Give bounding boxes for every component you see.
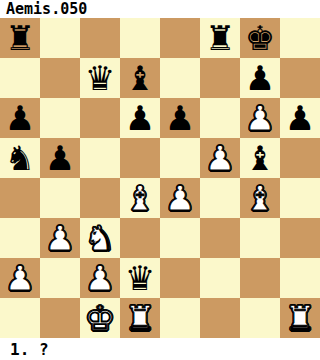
square-h8[interactable] [280,18,320,58]
square-f6[interactable] [200,98,240,138]
move-prompt: 1. ? [10,340,49,359]
square-c7[interactable]: ♛ [80,58,120,98]
black-pawn-e6[interactable]: ♟ [165,98,195,138]
square-f1[interactable] [200,298,240,338]
white-pawn-a2[interactable]: ♟ [5,258,35,298]
square-b6[interactable] [40,98,80,138]
title-bar: Aemis.050 [0,0,320,18]
square-e4[interactable]: ♟ [160,178,200,218]
white-pawn-f5[interactable]: ♟ [205,138,235,178]
square-h2[interactable] [280,258,320,298]
square-b7[interactable] [40,58,80,98]
square-d7[interactable]: ♝ [120,58,160,98]
square-d5[interactable] [120,138,160,178]
square-c6[interactable] [80,98,120,138]
black-bishop-d7[interactable]: ♝ [125,58,155,98]
white-pawn-g6[interactable]: ♟ [245,98,275,138]
square-f7[interactable] [200,58,240,98]
square-b2[interactable] [40,258,80,298]
square-d6[interactable]: ♟ [120,98,160,138]
black-pawn-g7[interactable]: ♟ [245,58,275,98]
white-bishop-d4[interactable]: ♝ [125,178,155,218]
square-d2[interactable]: ♛ [120,258,160,298]
white-pawn-e4[interactable]: ♟ [165,178,195,218]
square-f2[interactable] [200,258,240,298]
square-a4[interactable] [0,178,40,218]
square-g5[interactable]: ♝ [240,138,280,178]
square-h7[interactable] [280,58,320,98]
square-g6[interactable]: ♟ [240,98,280,138]
square-h1[interactable]: ♜ [280,298,320,338]
square-c1[interactable]: ♚ [80,298,120,338]
white-pawn-c2[interactable]: ♟ [85,258,115,298]
black-pawn-a6[interactable]: ♟ [5,98,35,138]
square-e1[interactable] [160,298,200,338]
white-knight-c3[interactable]: ♞ [85,218,115,258]
square-c2[interactable]: ♟ [80,258,120,298]
square-e7[interactable] [160,58,200,98]
square-b8[interactable] [40,18,80,58]
black-knight-a5[interactable]: ♞ [5,138,35,178]
square-g1[interactable] [240,298,280,338]
square-b4[interactable] [40,178,80,218]
square-d8[interactable] [120,18,160,58]
white-rook-h1[interactable]: ♜ [285,298,315,338]
square-c8[interactable] [80,18,120,58]
black-bishop-g5[interactable]: ♝ [245,138,275,178]
black-queen-d2[interactable]: ♛ [125,258,155,298]
square-g3[interactable] [240,218,280,258]
square-h4[interactable] [280,178,320,218]
square-c3[interactable]: ♞ [80,218,120,258]
square-f3[interactable] [200,218,240,258]
square-g2[interactable] [240,258,280,298]
square-a6[interactable]: ♟ [0,98,40,138]
white-rook-d1[interactable]: ♜ [125,298,155,338]
square-g8[interactable]: ♚ [240,18,280,58]
square-h5[interactable] [280,138,320,178]
chess-board: ♜♜♚♛♝♟♟♟♟♟♟♞♟♟♝♝♟♝♟♞♟♟♛♚♜♜ [0,18,320,338]
square-d3[interactable] [120,218,160,258]
square-a1[interactable] [0,298,40,338]
white-king-c1[interactable]: ♚ [85,298,115,338]
black-rook-f8[interactable]: ♜ [205,18,235,58]
status-bar: 1. ? [0,338,320,360]
square-a8[interactable]: ♜ [0,18,40,58]
square-e2[interactable] [160,258,200,298]
square-d1[interactable]: ♜ [120,298,160,338]
square-f4[interactable] [200,178,240,218]
square-g7[interactable]: ♟ [240,58,280,98]
square-a3[interactable] [0,218,40,258]
square-f8[interactable]: ♜ [200,18,240,58]
white-bishop-g4[interactable]: ♝ [245,178,275,218]
square-f5[interactable]: ♟ [200,138,240,178]
black-queen-c7[interactable]: ♛ [85,58,115,98]
square-b5[interactable]: ♟ [40,138,80,178]
square-d4[interactable]: ♝ [120,178,160,218]
square-a7[interactable] [0,58,40,98]
black-rook-a8[interactable]: ♜ [5,18,35,58]
black-king-g8[interactable]: ♚ [245,18,275,58]
square-h6[interactable]: ♟ [280,98,320,138]
black-pawn-b5[interactable]: ♟ [45,138,75,178]
square-b1[interactable] [40,298,80,338]
square-b3[interactable]: ♟ [40,218,80,258]
square-e8[interactable] [160,18,200,58]
square-e6[interactable]: ♟ [160,98,200,138]
square-h3[interactable] [280,218,320,258]
page-title: Aemis.050 [6,0,87,18]
square-c5[interactable] [80,138,120,178]
black-pawn-h6[interactable]: ♟ [285,98,315,138]
square-a2[interactable]: ♟ [0,258,40,298]
square-g4[interactable]: ♝ [240,178,280,218]
square-e5[interactable] [160,138,200,178]
square-a5[interactable]: ♞ [0,138,40,178]
square-c4[interactable] [80,178,120,218]
square-e3[interactable] [160,218,200,258]
white-pawn-b3[interactable]: ♟ [45,218,75,258]
black-pawn-d6[interactable]: ♟ [125,98,155,138]
